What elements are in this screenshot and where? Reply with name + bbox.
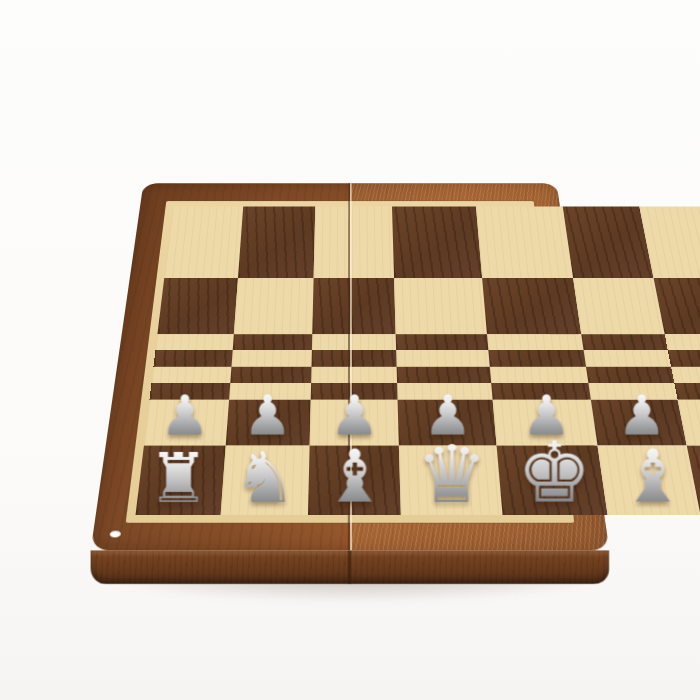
gold-pawn-glyph: ♟ [162,260,230,332]
gold-pawn-glyph: ♟ [320,260,388,332]
piece-silver-king-e1[interactable]: ♚ [517,432,592,512]
silver-knight-glyph: ♞ [233,445,296,512]
silver-bishop-glyph: ♝ [621,443,686,512]
square-g3[interactable] [674,383,700,400]
square-c4[interactable] [311,366,397,383]
square-f5[interactable] [583,350,671,366]
chess-board-wrap: ♜♞♝♛♚♝♞♜♟♟♟♟♟♟♟♟♟♟♟♟♟♟♟♟♜♞♝♛♚♝♞♜ [120,116,580,576]
piece-silver-rook-a1[interactable]: ♜ [148,447,209,512]
square-c5[interactable] [312,350,397,366]
square-g4[interactable] [671,366,700,383]
silver-king-glyph: ♚ [517,432,592,512]
square-b6[interactable] [233,334,312,350]
square-b1[interactable]: ♞ [221,445,310,515]
square-c1[interactable]: ♝ [308,445,401,515]
piece-silver-knight-b1[interactable]: ♞ [233,445,296,512]
square-a4[interactable] [151,366,231,383]
square-a6[interactable] [155,334,233,350]
hinge-seam-side [348,550,351,584]
square-b4[interactable] [230,366,311,383]
square-d6[interactable] [396,334,488,350]
board-grid: ♜♞♝♛♚♝♞♜♟♟♟♟♟♟♟♟♟♟♟♟♟♟♟♟♜♞♝♛♚♝♞♜ [136,206,565,515]
gold-pawn-glyph: ♟ [500,260,568,332]
piece-silver-pawn-b2[interactable]: ♟ [243,390,292,442]
square-d1[interactable]: ♛ [399,445,502,515]
piece-gold-pawn-b7[interactable]: ♟ [239,260,307,332]
square-b5[interactable] [232,350,312,366]
square-f4[interactable] [586,366,675,383]
chess-board: ♜♞♝♛♚♝♞♜♟♟♟♟♟♟♟♟♟♟♟♟♟♟♟♟♜♞♝♛♚♝♞♜ [91,183,610,550]
piece-silver-queen-d1[interactable]: ♛ [416,437,487,512]
square-f6[interactable] [581,334,668,350]
square-b7[interactable]: ♟ [234,278,314,334]
silver-pawn-glyph: ♟ [243,390,292,442]
square-a5[interactable] [154,350,233,366]
photo-background: ♜♞♝♛♚♝♞♜♟♟♟♟♟♟♟♟♟♟♟♟♟♟♟♟♜♞♝♛♚♝♞♜ [0,0,700,700]
gold-pawn-glyph: ♟ [407,260,475,332]
latch-pin-hole [109,531,121,538]
piece-silver-bishop-c1[interactable]: ♝ [322,443,387,512]
piece-silver-pawn-a2[interactable]: ♟ [160,390,209,442]
piece-gold-pawn-e7[interactable]: ♟ [500,260,568,332]
piece-gold-pawn-g7[interactable]: ♟ [670,260,700,332]
silver-bishop-glyph: ♝ [322,443,387,512]
square-c7[interactable]: ♟ [312,278,396,334]
box-side-face [91,550,610,584]
square-f1[interactable]: ♝ [597,445,700,515]
square-a7[interactable]: ♟ [157,278,238,334]
square-f7[interactable]: ♟ [573,278,665,334]
gold-pawn-glyph: ♟ [670,260,700,332]
gold-pawn-glyph: ♟ [239,260,307,332]
square-g6[interactable] [665,334,700,350]
piece-gold-pawn-d7[interactable]: ♟ [407,260,475,332]
piece-gold-pawn-c7[interactable]: ♟ [320,260,388,332]
gold-pawn-glyph: ♟ [589,260,657,332]
square-d4[interactable] [397,366,491,383]
square-d7[interactable]: ♟ [394,278,486,334]
square-d5[interactable] [396,350,489,366]
square-g5[interactable] [668,350,700,366]
piece-silver-bishop-f1[interactable]: ♝ [621,443,686,512]
silver-rook-glyph: ♜ [148,447,209,512]
silver-queen-glyph: ♛ [416,437,487,512]
silver-pawn-glyph: ♟ [160,390,209,442]
piece-gold-pawn-f7[interactable]: ♟ [589,260,657,332]
square-a1[interactable]: ♜ [136,445,226,515]
piece-gold-pawn-a7[interactable]: ♟ [162,260,230,332]
square-e1[interactable]: ♚ [496,445,607,515]
square-c6[interactable] [312,334,396,350]
